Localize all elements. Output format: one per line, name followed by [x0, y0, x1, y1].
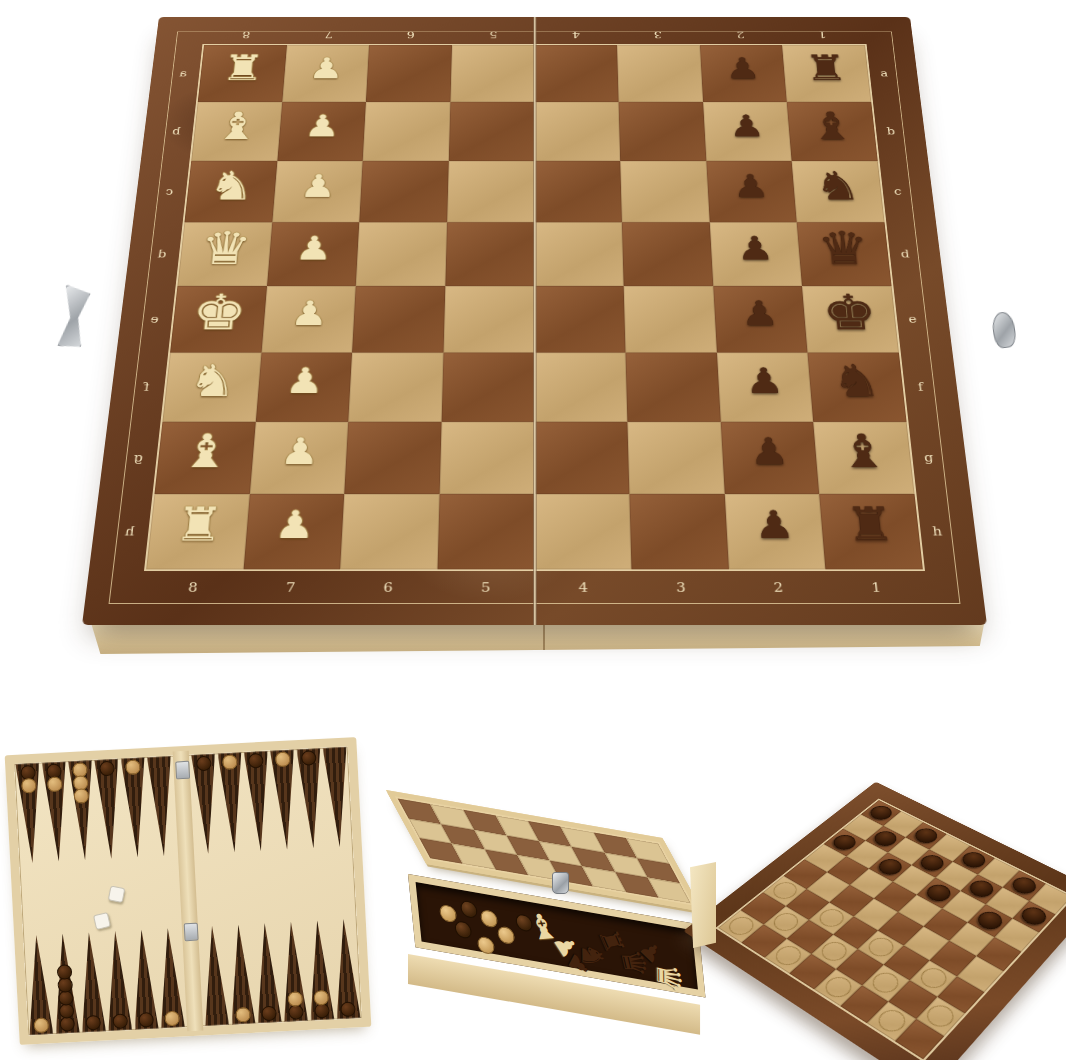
coord-label: 3	[617, 27, 700, 41]
backgammon-left-half	[14, 756, 186, 1036]
checkers-photo	[700, 722, 1066, 1060]
checkers-board	[683, 782, 1066, 1060]
square-a8: ♜	[198, 45, 287, 102]
hinge-icon	[184, 923, 199, 942]
stored-draught-disc	[439, 904, 457, 924]
coord-label: 6	[370, 27, 453, 41]
square-b4	[535, 102, 621, 161]
board-hinge-seam	[533, 17, 537, 625]
square-d8: ♛	[177, 222, 272, 286]
stored-draught-disc	[460, 900, 478, 920]
square-b1: ♝	[787, 102, 878, 161]
backgammon-photo	[6, 736, 378, 1052]
square-b7: ♟	[277, 102, 366, 161]
square-g3	[628, 422, 725, 494]
stored-draught-disc	[480, 909, 498, 929]
die	[108, 885, 126, 903]
square-e2: ♟	[713, 286, 808, 352]
dark-pawn: ♟	[720, 416, 819, 488]
coord-label: b	[163, 102, 189, 161]
coord-label: 2	[729, 580, 828, 599]
square-b2: ♟	[703, 102, 792, 161]
light-rook: ♜	[147, 487, 250, 562]
square-g2: ♟	[721, 422, 820, 494]
square-e4	[535, 286, 626, 352]
square-e6	[352, 286, 445, 352]
coord-label: 5	[452, 27, 534, 41]
coord-label: 5	[437, 580, 535, 599]
lid-square	[648, 878, 691, 904]
coord-label: 1	[781, 27, 865, 41]
coord-label: 4	[535, 580, 633, 599]
backgammon-board	[5, 737, 372, 1045]
coord-label: 1	[827, 580, 926, 599]
square-f6	[348, 353, 443, 422]
light-pawn: ♟	[250, 416, 349, 488]
square-c8: ♞	[184, 161, 277, 222]
coord-label: b	[878, 102, 904, 161]
coord-label: c	[156, 161, 182, 222]
coord-label: 7	[287, 27, 370, 41]
square-e1: ♚	[802, 286, 899, 352]
square-f5	[441, 353, 534, 422]
light-pawn: ♟	[262, 280, 357, 346]
square-e7: ♟	[261, 286, 356, 352]
chess-board: 87654321 87654321 abcdefgh abcdefgh ♜♟♟♜…	[82, 17, 987, 625]
square-h7: ♟	[243, 494, 344, 569]
coord-label: f	[906, 353, 935, 422]
coord-label: e	[141, 286, 169, 352]
square-f3	[626, 353, 721, 422]
clasp-icon	[991, 311, 1018, 350]
coord-label: e	[899, 286, 927, 352]
square-d2: ♟	[710, 222, 803, 286]
storage-box-photo: ♝♟♞♜♛♟♟♛	[356, 756, 690, 1060]
light-bishop: ♝	[192, 97, 283, 156]
clasp-icon	[552, 872, 569, 894]
dark-pawn: ♟	[713, 280, 808, 346]
square-h8: ♜	[146, 494, 249, 569]
square-a7: ♟	[282, 45, 369, 102]
dark-rook: ♜	[819, 487, 922, 562]
square-f2: ♟	[717, 353, 814, 422]
backgammon-point	[323, 747, 352, 848]
square-c5	[447, 161, 535, 222]
square-d7: ♟	[267, 222, 360, 286]
square-g5	[439, 422, 534, 494]
light-pawn: ♟	[272, 156, 363, 217]
square-e5	[443, 286, 534, 352]
square-h3	[630, 494, 729, 569]
product-photo-collage: 87654321 87654321 abcdefgh abcdefgh ♜♟♟♜…	[0, 0, 1066, 1060]
coord-label: g	[914, 422, 943, 494]
square-a5	[450, 45, 534, 102]
coord-label: 3	[632, 580, 730, 599]
backgammon-right-half	[190, 746, 362, 1026]
square-a6	[366, 45, 452, 102]
square-c2: ♟	[706, 161, 797, 222]
square-b5	[449, 102, 535, 161]
square-f1: ♞	[808, 353, 907, 422]
light-knight: ♞	[185, 156, 277, 217]
square-a1: ♜	[782, 45, 871, 102]
dark-bishop: ♝	[787, 97, 878, 156]
coord-label: d	[892, 222, 919, 286]
dark-bishop: ♝	[813, 416, 914, 488]
square-h2: ♟	[725, 494, 826, 569]
coord-label: 2	[699, 27, 782, 41]
square-h6	[340, 494, 439, 569]
light-bishop: ♝	[155, 416, 256, 488]
coord-label: a	[170, 45, 195, 102]
clasp-icon	[55, 284, 91, 350]
square-d6	[356, 222, 447, 286]
backgammon-point	[200, 925, 229, 1026]
square-e3	[624, 286, 717, 352]
square-f8: ♞	[162, 353, 261, 422]
square-d3	[622, 222, 713, 286]
square-g4	[535, 422, 630, 494]
light-pawn: ♟	[282, 40, 369, 97]
main-chess-board-photo: 87654321 87654321 abcdefgh abcdefgh ♜♟♟♜…	[0, 0, 1066, 710]
square-g8: ♝	[154, 422, 255, 494]
light-rook: ♜	[198, 40, 287, 97]
coord-label: 8	[143, 580, 242, 599]
dark-king: ♚	[802, 280, 898, 346]
hinge-icon	[175, 761, 190, 780]
light-pawn: ♟	[277, 97, 366, 156]
dark-rook: ♜	[782, 40, 871, 97]
square-g1: ♝	[814, 422, 915, 494]
folded-board-corner	[690, 862, 716, 948]
square-g6	[344, 422, 441, 494]
dark-pawn: ♟	[709, 217, 802, 281]
light-queen: ♛	[178, 217, 272, 281]
dark-pawn: ♟	[699, 40, 786, 97]
dark-pawn: ♟	[703, 97, 792, 156]
checkers-grid	[718, 800, 1066, 1059]
square-c3	[620, 161, 709, 222]
square-c7: ♟	[272, 161, 363, 222]
dark-queen: ♛	[797, 217, 891, 281]
square-f4	[535, 353, 628, 422]
square-a4	[535, 45, 619, 102]
square-c1: ♞	[792, 161, 885, 222]
coord-label: a	[872, 45, 897, 102]
dark-pawn: ♟	[706, 156, 797, 217]
light-pawn: ♟	[256, 347, 353, 416]
square-c4	[535, 161, 623, 222]
square-c6	[359, 161, 448, 222]
square-h1: ♜	[820, 494, 923, 569]
square-h5	[437, 494, 534, 569]
dark-pawn: ♟	[716, 347, 813, 416]
coord-label: g	[124, 422, 153, 494]
square-g7: ♟	[249, 422, 348, 494]
coord-label: 4	[535, 27, 617, 41]
dark-knight: ♞	[792, 156, 884, 217]
square-d4	[535, 222, 624, 286]
coord-label: c	[885, 161, 911, 222]
coord-label: f	[132, 353, 161, 422]
square-b6	[363, 102, 450, 161]
light-pawn: ♟	[267, 217, 360, 281]
square-b3	[619, 102, 706, 161]
stored-draught-disc	[477, 936, 495, 956]
square-b8: ♝	[191, 102, 282, 161]
square-f7: ♟	[255, 353, 352, 422]
coord-label: d	[148, 222, 175, 286]
stored-chess-piece: ♛	[652, 958, 686, 996]
coord-label: 7	[241, 580, 340, 599]
coord-label: 8	[205, 27, 289, 41]
stored-draught-disc	[497, 925, 515, 945]
light-knight: ♞	[163, 347, 262, 416]
light-pawn: ♟	[244, 487, 345, 562]
square-d1: ♛	[797, 222, 892, 286]
walnut-frame: 87654321 87654321 abcdefgh abcdefgh ♜♟♟♜…	[82, 17, 987, 625]
backgammon-point	[147, 756, 176, 857]
dark-knight: ♞	[807, 347, 906, 416]
coord-label: 6	[339, 580, 437, 599]
checkers-frame	[683, 782, 1066, 1060]
square-a3	[617, 45, 703, 102]
square-d5	[445, 222, 534, 286]
dark-pawn: ♟	[724, 487, 825, 562]
coord-label: h	[922, 494, 952, 569]
coord-label: h	[115, 494, 145, 569]
square-e8: ♚	[170, 286, 267, 352]
square-a2: ♟	[700, 45, 787, 102]
square-h4	[535, 494, 632, 569]
light-king: ♚	[171, 280, 267, 346]
stored-draught-disc	[454, 920, 472, 940]
